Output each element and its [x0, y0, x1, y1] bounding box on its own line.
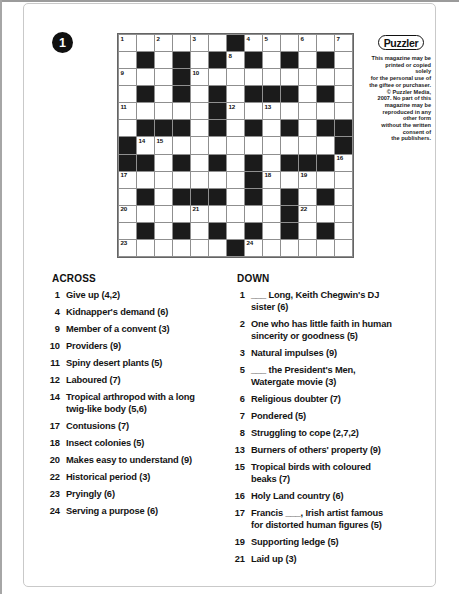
down-clue-3: 3Natural impulses (9) [231, 347, 432, 359]
grid-cell[interactable] [191, 120, 208, 136]
cell-clue-number: 12 [229, 104, 235, 111]
grid-cell[interactable] [263, 206, 280, 222]
down-clue-5: 5___ the President's Men, Watergate movi… [231, 364, 432, 388]
grid-cell-black [173, 120, 190, 136]
clue-text: Tropical arthropod with a long twig-like… [66, 391, 195, 415]
clue-text: Pondered (5) [251, 410, 306, 422]
grid-cell-black [281, 120, 298, 136]
grid-cell-black [317, 155, 334, 171]
clue-number: 10 [46, 340, 60, 352]
grid-cell[interactable] [137, 103, 154, 119]
grid-cell[interactable]: 5 [263, 35, 280, 51]
screen-edge-top [0, 0, 459, 2]
grid-cell[interactable] [335, 103, 352, 119]
grid-cell-black [317, 120, 334, 136]
grid-cell[interactable] [191, 240, 208, 256]
cell-clue-number: 13 [265, 104, 271, 111]
grid-cell[interactable] [227, 223, 244, 239]
clue-text: Supporting ledge (5) [251, 536, 338, 548]
clue-text: Spiny desert plants (5) [66, 357, 162, 369]
clue-text: Kidnapper's demand (6) [66, 306, 168, 318]
cell-clue-number: 20 [121, 206, 127, 213]
grid-cell[interactable] [281, 137, 298, 153]
cell-clue-number: 11 [121, 104, 127, 111]
grid-cell-black [281, 206, 298, 222]
clue-number: 20 [46, 454, 60, 466]
clue-text: ___ Long, Keith Chegwin's DJ sister (6) [251, 289, 379, 313]
clue-text: Struggling to cope (2,7,2) [251, 427, 359, 439]
grid-cell-black [209, 103, 226, 119]
grid-cell[interactable] [263, 223, 280, 239]
grid-cell-black [317, 189, 334, 205]
clue-number: 23 [46, 488, 60, 500]
grid-cell[interactable] [263, 240, 280, 256]
grid-cell-black [245, 223, 262, 239]
clue-text: Laboured (7) [66, 374, 121, 386]
grid-cell-black [173, 189, 190, 205]
clue-number: 14 [46, 391, 60, 415]
grid-cell[interactable] [173, 240, 190, 256]
grid-cell[interactable]: 14 [137, 137, 154, 153]
grid-cell-black [281, 155, 298, 171]
down-clue-21: 21Laid up (3) [231, 553, 432, 565]
cell-clue-number: 7 [337, 36, 340, 43]
grid-cell[interactable] [209, 35, 226, 51]
cell-clue-number: 19 [301, 172, 307, 179]
grid-cell[interactable]: 10 [191, 69, 208, 85]
down-clues-section: DOWN 1___ Long, Keith Chegwin's DJ siste… [231, 273, 432, 570]
cell-clue-number: 17 [121, 172, 127, 179]
clue-text: Tropical birds with coloured beaks (7) [251, 461, 371, 485]
grid-cell-black [173, 155, 190, 171]
grid-cell-black [227, 240, 244, 256]
grid-cell[interactable] [209, 206, 226, 222]
down-clue-1: 1___ Long, Keith Chegwin's DJ sister (6) [231, 289, 432, 313]
grid-cell-black [299, 155, 316, 171]
screen-edge-left [0, 0, 2, 594]
grid-cell[interactable] [119, 223, 136, 239]
grid-cell[interactable] [245, 69, 262, 85]
grid-cell-black [137, 189, 154, 205]
clue-number: 21 [231, 553, 245, 565]
grid-cell[interactable]: 22 [299, 206, 316, 222]
clue-text: Makes easy to understand (9) [66, 454, 192, 466]
grid-cell[interactable] [155, 172, 172, 188]
grid-cell[interactable] [227, 120, 244, 136]
grid-cell[interactable] [137, 240, 154, 256]
grid-cell[interactable] [227, 172, 244, 188]
grid-cell[interactable]: 20 [119, 206, 136, 222]
grid-cell[interactable] [155, 240, 172, 256]
cell-clue-number: 6 [301, 36, 304, 43]
cell-clue-number: 18 [265, 172, 271, 179]
clue-number: 5 [231, 364, 245, 388]
clue-text: Pryingly (6) [66, 488, 115, 500]
grid-cell[interactable]: 21 [191, 206, 208, 222]
clue-number: 11 [46, 357, 60, 369]
clue-number: 2 [231, 318, 245, 342]
across-clue-9: 9Member of a convent (3) [46, 323, 232, 335]
grid-cell[interactable]: 8 [227, 52, 244, 68]
clue-number: 15 [231, 461, 245, 485]
grid-cell[interactable] [119, 52, 136, 68]
down-clue-16: 16Holy Land country (6) [231, 490, 432, 502]
cell-clue-number: 9 [121, 70, 124, 77]
grid-cell[interactable] [227, 189, 244, 205]
clue-number: 1 [46, 289, 60, 301]
grid-cell[interactable] [227, 137, 244, 153]
grid-cell[interactable] [335, 172, 352, 188]
grid-cell-black [263, 86, 280, 102]
cell-clue-number: 21 [193, 206, 199, 213]
clue-text: Serving a purpose (6) [66, 505, 158, 517]
clue-number: 24 [46, 505, 60, 517]
grid-cell[interactable] [335, 223, 352, 239]
grid-cell[interactable] [155, 69, 172, 85]
grid-cell[interactable] [137, 172, 154, 188]
grid-cell[interactable] [155, 52, 172, 68]
cell-clue-number: 14 [139, 138, 145, 145]
grid-cell-black [281, 52, 298, 68]
across-clue-17: 17Contusions (7) [46, 420, 232, 432]
clue-number: 13 [231, 444, 245, 456]
grid-cell[interactable] [299, 223, 316, 239]
grid-cell[interactable] [119, 189, 136, 205]
down-clue-6: 6Religious doubter (7) [231, 393, 432, 405]
grid-cell[interactable] [317, 137, 334, 153]
grid-cell-black [209, 120, 226, 136]
grid-cell[interactable] [137, 69, 154, 85]
grid-cell-black [137, 120, 154, 136]
grid-cell[interactable] [227, 206, 244, 222]
cell-clue-number: 24 [247, 240, 253, 247]
grid-cell[interactable] [317, 103, 334, 119]
clue-number: 16 [231, 490, 245, 502]
grid-cell-black [317, 86, 334, 102]
clue-text: Historical period (3) [66, 471, 150, 483]
grid-cell-black [173, 52, 190, 68]
clue-number: 7 [231, 410, 245, 422]
grid-cell-black [335, 137, 352, 153]
grid-cell-black [173, 86, 190, 102]
grid-cell[interactable] [245, 137, 262, 153]
grid-cell-black [209, 189, 226, 205]
grid-cell-black [119, 155, 136, 171]
clue-number: 9 [46, 323, 60, 335]
grid-cell[interactable] [335, 206, 352, 222]
down-clue-15: 15Tropical birds with coloured beaks (7) [231, 461, 432, 485]
grid-cell[interactable] [281, 172, 298, 188]
cell-clue-number: 10 [193, 70, 199, 77]
clue-text: Member of a convent (3) [66, 323, 169, 335]
cell-clue-number: 4 [247, 36, 250, 43]
grid-cell[interactable] [173, 206, 190, 222]
grid-cell[interactable] [137, 35, 154, 51]
grid-cell-black [209, 223, 226, 239]
grid-cell[interactable] [191, 172, 208, 188]
grid-cell[interactable] [227, 69, 244, 85]
grid-cell[interactable] [155, 206, 172, 222]
grid-cell-black [281, 189, 298, 205]
clue-text: ___ the President's Men, Watergate movie… [251, 364, 356, 388]
clue-number: 22 [46, 471, 60, 483]
down-clue-list: 1___ Long, Keith Chegwin's DJ sister (6)… [231, 289, 432, 565]
grid-cell[interactable] [209, 69, 226, 85]
across-clue-12: 12Laboured (7) [46, 374, 232, 386]
grid-cell[interactable] [263, 52, 280, 68]
grid-cell-black [119, 137, 136, 153]
cell-clue-number: 1 [121, 36, 124, 43]
grid-cell[interactable] [173, 103, 190, 119]
grid-cell[interactable] [299, 137, 316, 153]
grid-cell[interactable] [317, 206, 334, 222]
grid-cell[interactable] [335, 86, 352, 102]
clue-text: Francis ___, Irish artist famous for dis… [251, 507, 383, 531]
grid-cell-black [245, 172, 262, 188]
grid-cell[interactable] [209, 172, 226, 188]
clue-text: Laid up (3) [251, 553, 296, 565]
clue-text: Burners of others' property (9) [251, 444, 381, 456]
grid-cell-black [155, 120, 172, 136]
clue-text: Providers (9) [66, 340, 121, 352]
grid-cell[interactable] [155, 86, 172, 102]
grid-cell-black [317, 52, 334, 68]
publisher-panel: Puzzler This magazine may be printed or … [368, 35, 434, 142]
grid-cell[interactable] [137, 206, 154, 222]
grid-cell[interactable] [335, 240, 352, 256]
grid-cell-black [317, 223, 334, 239]
clue-number: 17 [231, 507, 245, 531]
grid-cell-black [335, 120, 352, 136]
clue-text: Natural impulses (9) [251, 347, 337, 359]
grid-cell[interactable] [317, 69, 334, 85]
grid-cell[interactable] [299, 52, 316, 68]
grid-cell[interactable] [335, 52, 352, 68]
grid-cell[interactable] [155, 223, 172, 239]
grid-cell[interactable]: 17 [119, 172, 136, 188]
grid-cell[interactable]: 9 [119, 69, 136, 85]
down-clue-17: 17Francis ___, Irish artist famous for d… [231, 507, 432, 531]
grid-cell-black [281, 86, 298, 102]
grid-cell[interactable] [191, 155, 208, 171]
grid-cell-black [137, 155, 154, 171]
cell-clue-number: 22 [301, 206, 307, 213]
cell-clue-number: 3 [193, 36, 196, 43]
across-clue-22: 22Historical period (3) [46, 471, 232, 483]
grid-cell-black [137, 52, 154, 68]
clue-number: 18 [46, 437, 60, 449]
across-clues-section: ACROSS 1Give up (4,2)4Kidnapper's demand… [46, 273, 232, 522]
clue-number: 6 [231, 393, 245, 405]
down-clue-8: 8Struggling to cope (2,7,2) [231, 427, 432, 439]
across-clue-23: 23Pryingly (6) [46, 488, 232, 500]
clue-number: 3 [231, 347, 245, 359]
grid-cell[interactable] [191, 103, 208, 119]
clue-text: Contusions (7) [66, 420, 129, 432]
across-clue-18: 18Insect colonies (5) [46, 437, 232, 449]
clue-number: 1 [231, 289, 245, 313]
grid-cell[interactable] [299, 69, 316, 85]
grid-cell[interactable]: 11 [119, 103, 136, 119]
grid-cell[interactable] [263, 137, 280, 153]
grid-cell[interactable] [119, 120, 136, 136]
grid-cell-black [137, 223, 154, 239]
across-clue-list: 1Give up (4,2)4Kidnapper's demand (6)9Me… [46, 289, 232, 517]
down-clue-13: 13Burners of others' property (9) [231, 444, 432, 456]
grid-cell[interactable] [281, 69, 298, 85]
clue-number: 8 [231, 427, 245, 439]
grid-cell[interactable] [209, 240, 226, 256]
clue-number: 19 [231, 536, 245, 548]
grid-cell-black [173, 223, 190, 239]
grid-cell[interactable] [299, 103, 316, 119]
clue-text: Holy Land country (6) [251, 490, 343, 502]
grid-cell[interactable]: 23 [119, 240, 136, 256]
clue-number: 12 [46, 374, 60, 386]
grid-cell-black [245, 155, 262, 171]
clue-text: One who has little faith in human sincer… [251, 318, 392, 342]
grid-cell[interactable] [209, 137, 226, 153]
grid-cell[interactable]: 7 [335, 35, 352, 51]
cell-clue-number: 5 [265, 36, 268, 43]
grid-cell[interactable] [317, 240, 334, 256]
grid-cell[interactable] [335, 69, 352, 85]
clue-text: Religious doubter (7) [251, 393, 341, 405]
across-clue-24: 24Serving a purpose (6) [46, 505, 232, 517]
cell-clue-number: 16 [337, 155, 343, 162]
clue-number: 17 [46, 420, 60, 432]
down-heading: DOWN [237, 273, 432, 285]
down-clue-7: 7Pondered (5) [231, 410, 432, 422]
grid-cell-black [209, 52, 226, 68]
across-clue-14: 14Tropical arthropod with a long twig-li… [46, 391, 232, 415]
across-heading: ACROSS [52, 273, 232, 285]
clue-number: 4 [46, 306, 60, 318]
grid-cell[interactable] [245, 103, 262, 119]
across-clue-4: 4Kidnapper's demand (6) [46, 306, 232, 318]
grid-cell[interactable] [335, 189, 352, 205]
grid-cell[interactable] [155, 103, 172, 119]
crossword-grid: 123456789101112131415161718192021222324 [117, 33, 354, 258]
grid-cell[interactable]: 13 [263, 103, 280, 119]
grid-cell[interactable] [173, 137, 190, 153]
cell-clue-number: 2 [157, 36, 160, 43]
down-clue-19: 19Supporting ledge (5) [231, 536, 432, 548]
grid-cell-black [209, 86, 226, 102]
grid-cell[interactable] [299, 240, 316, 256]
clue-text: Give up (4,2) [66, 289, 120, 301]
grid-cell[interactable]: 15 [155, 137, 172, 153]
grid-cell[interactable]: 18 [263, 172, 280, 188]
grid-cell[interactable]: 16 [335, 155, 352, 171]
clue-text: Insect colonies (5) [66, 437, 144, 449]
grid-cell[interactable] [299, 120, 316, 136]
grid-cell[interactable] [191, 86, 208, 102]
grid-cell-black [245, 189, 262, 205]
grid-cell[interactable] [119, 86, 136, 102]
grid-cell[interactable] [155, 155, 172, 171]
grid-cell-black [137, 86, 154, 102]
grid-cell[interactable]: 3 [191, 35, 208, 51]
across-clue-1: 1Give up (4,2) [46, 289, 232, 301]
grid-cell[interactable] [263, 69, 280, 85]
copyright-fine-print: This magazine may be printed or copied s… [368, 55, 434, 142]
grid-cell-black [281, 223, 298, 239]
grid-cell[interactable] [227, 155, 244, 171]
grid-cell-black [209, 155, 226, 171]
grid-cell[interactable] [191, 223, 208, 239]
grid-cell[interactable]: 1 [119, 35, 136, 51]
grid-cell[interactable]: 19 [299, 172, 316, 188]
grid-cell-black [191, 189, 208, 205]
grid-cell[interactable] [227, 86, 244, 102]
grid-cell[interactable] [281, 35, 298, 51]
grid-cell[interactable] [173, 172, 190, 188]
across-clue-11: 11Spiny desert plants (5) [46, 357, 232, 369]
down-clue-2: 2One who has little faith in human since… [231, 318, 432, 342]
puzzler-logo: Puzzler [378, 35, 425, 50]
grid-cell[interactable]: 6 [299, 35, 316, 51]
grid-cell[interactable] [317, 172, 334, 188]
grid-cell-black [245, 52, 262, 68]
cell-clue-number: 8 [229, 53, 232, 60]
grid-cell[interactable] [263, 120, 280, 136]
grid-cell[interactable]: 4 [245, 35, 262, 51]
across-clue-20: 20Makes easy to understand (9) [46, 454, 232, 466]
cell-clue-number: 15 [157, 138, 163, 145]
grid-cell[interactable] [281, 240, 298, 256]
grid-cell[interactable] [155, 189, 172, 205]
grid-cell[interactable] [281, 103, 298, 119]
grid-cell[interactable] [299, 189, 316, 205]
grid-cell[interactable] [263, 189, 280, 205]
grid-cell[interactable] [191, 52, 208, 68]
grid-cell[interactable] [245, 206, 262, 222]
grid-cell[interactable] [299, 86, 316, 102]
grid-cell[interactable] [173, 35, 190, 51]
grid-cell[interactable] [191, 137, 208, 153]
grid-cell-black [173, 69, 190, 85]
cell-clue-number: 23 [121, 240, 127, 247]
across-clue-10: 10Providers (9) [46, 340, 232, 352]
grid-cell[interactable]: 24 [245, 240, 262, 256]
grid-cell[interactable]: 12 [227, 103, 244, 119]
grid-cell-black [227, 35, 244, 51]
grid-cell[interactable] [263, 155, 280, 171]
grid-cell[interactable] [317, 35, 334, 51]
puzzle-number-badge: 1 [52, 32, 73, 53]
puzzle-number: 1 [59, 36, 66, 50]
grid-cell-black [245, 120, 262, 136]
grid-cell[interactable]: 2 [155, 35, 172, 51]
grid-cell-black [245, 86, 262, 102]
